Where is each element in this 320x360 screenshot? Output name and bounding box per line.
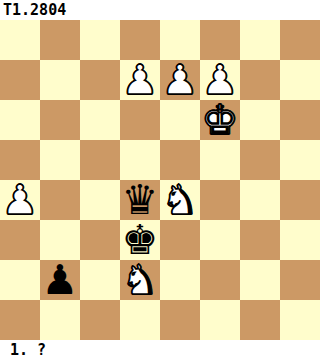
white-pawn-piece: ♟ [2, 180, 39, 221]
square-b5[interactable] [40, 140, 80, 180]
square-a3[interactable] [0, 220, 40, 260]
white-pawn-piece: ♟ [202, 60, 239, 101]
square-f4[interactable] [200, 180, 240, 220]
square-h4[interactable] [280, 180, 320, 220]
square-b6[interactable] [40, 100, 80, 140]
square-d7[interactable]: ♟ [120, 60, 160, 100]
square-d8[interactable] [120, 20, 160, 60]
square-c8[interactable] [80, 20, 120, 60]
square-e6[interactable] [160, 100, 200, 140]
square-h7[interactable] [280, 60, 320, 100]
white-pawn-piece: ♟ [162, 60, 199, 101]
square-a6[interactable] [0, 100, 40, 140]
square-b7[interactable] [40, 60, 80, 100]
square-c4[interactable] [80, 180, 120, 220]
square-a7[interactable] [0, 60, 40, 100]
square-f7[interactable]: ♟ [200, 60, 240, 100]
problem-id-label: T1.2804 [3, 1, 66, 19]
square-c3[interactable] [80, 220, 120, 260]
white-king-piece: ♚ [202, 100, 239, 141]
black-queen-piece: ♛ [122, 180, 159, 221]
square-f8[interactable] [200, 20, 240, 60]
square-c2[interactable] [80, 260, 120, 300]
white-knight-piece: ♞ [162, 180, 199, 221]
square-e5[interactable] [160, 140, 200, 180]
square-h5[interactable] [280, 140, 320, 180]
square-c7[interactable] [80, 60, 120, 100]
square-a5[interactable] [0, 140, 40, 180]
square-b4[interactable] [40, 180, 80, 220]
square-h1[interactable] [280, 300, 320, 340]
square-a2[interactable] [0, 260, 40, 300]
square-d2[interactable]: ♞ [120, 260, 160, 300]
square-g2[interactable] [240, 260, 280, 300]
square-d5[interactable] [120, 140, 160, 180]
square-h2[interactable] [280, 260, 320, 300]
white-knight-piece: ♞ [122, 260, 159, 301]
square-c5[interactable] [80, 140, 120, 180]
square-a1[interactable] [0, 300, 40, 340]
move-prompt-bar: 1. ? [0, 340, 320, 360]
square-h8[interactable] [280, 20, 320, 60]
square-g1[interactable] [240, 300, 280, 340]
black-pawn-piece: ♟ [42, 260, 79, 301]
square-f5[interactable] [200, 140, 240, 180]
square-g7[interactable] [240, 60, 280, 100]
square-f2[interactable] [200, 260, 240, 300]
square-b8[interactable] [40, 20, 80, 60]
square-h6[interactable] [280, 100, 320, 140]
problem-header: T1.2804 [0, 0, 320, 20]
chess-board: ♟♟♟♚♟♛♞♚♟♞ [0, 20, 320, 340]
square-e1[interactable] [160, 300, 200, 340]
square-e4[interactable]: ♞ [160, 180, 200, 220]
square-b2[interactable]: ♟ [40, 260, 80, 300]
square-e7[interactable]: ♟ [160, 60, 200, 100]
square-e3[interactable] [160, 220, 200, 260]
square-g8[interactable] [240, 20, 280, 60]
square-e8[interactable] [160, 20, 200, 60]
square-a4[interactable]: ♟ [0, 180, 40, 220]
square-c1[interactable] [80, 300, 120, 340]
square-e2[interactable] [160, 260, 200, 300]
square-g4[interactable] [240, 180, 280, 220]
square-g5[interactable] [240, 140, 280, 180]
black-king-piece: ♚ [122, 220, 159, 261]
square-d6[interactable] [120, 100, 160, 140]
white-pawn-piece: ♟ [122, 60, 159, 101]
square-g6[interactable] [240, 100, 280, 140]
square-b1[interactable] [40, 300, 80, 340]
square-d3[interactable]: ♚ [120, 220, 160, 260]
square-b3[interactable] [40, 220, 80, 260]
move-prompt-label: 1. ? [10, 341, 46, 359]
square-f1[interactable] [200, 300, 240, 340]
square-d4[interactable]: ♛ [120, 180, 160, 220]
square-f3[interactable] [200, 220, 240, 260]
square-h3[interactable] [280, 220, 320, 260]
square-g3[interactable] [240, 220, 280, 260]
square-a8[interactable] [0, 20, 40, 60]
square-f6[interactable]: ♚ [200, 100, 240, 140]
square-d1[interactable] [120, 300, 160, 340]
square-c6[interactable] [80, 100, 120, 140]
